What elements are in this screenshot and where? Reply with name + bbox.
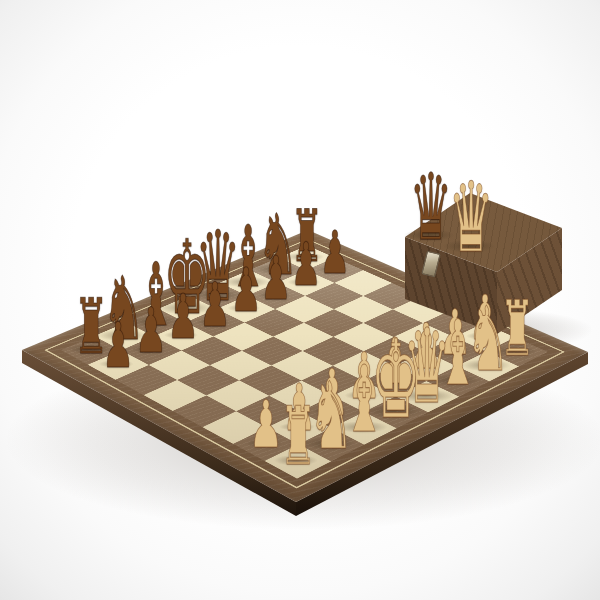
chess-set-scene: ♜♞♝♛♚♝♞♜♟♟♟♟♟♟♟♟♟♟♟♟♟♟♟♟♜♞♝♛♚♝♞♜♛♛ <box>0 0 600 600</box>
